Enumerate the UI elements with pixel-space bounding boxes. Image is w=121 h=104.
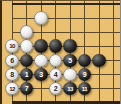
stone-white-move-6: 6 <box>5 54 19 68</box>
move-number-label: 3 <box>39 71 43 78</box>
move-number-label: 2 <box>54 85 58 92</box>
grid-line-horizontal <box>12 101 121 104</box>
stone-black-move-5: 5 <box>63 54 77 68</box>
stone-black-move-1: 1 <box>20 68 34 82</box>
move-number-label: 6 <box>10 57 14 64</box>
move-number-label: 13 <box>67 86 73 92</box>
stone-black <box>92 54 106 68</box>
stone-black-move-11: 11 <box>78 82 92 96</box>
move-number-label: 8 <box>10 71 14 78</box>
stone-white <box>49 54 63 68</box>
go-board[interactable]: 10658134912721311 <box>0 0 120 104</box>
stone-black <box>34 39 48 53</box>
stone-white-move-10: 10 <box>5 39 19 53</box>
stone-black-move-7: 7 <box>20 82 34 96</box>
move-number-label: 11 <box>82 86 87 92</box>
grid-line-horizontal <box>12 3 121 5</box>
stone-white-move-12: 12 <box>5 82 19 96</box>
move-number-label: 1 <box>25 71 29 78</box>
stone-black <box>63 39 77 53</box>
move-number-label: 9 <box>83 71 87 78</box>
stone-white-move-8: 8 <box>5 68 19 82</box>
stone-black-move-9: 9 <box>78 68 92 82</box>
stone-black-move-13: 13 <box>63 82 77 96</box>
move-number-label: 4 <box>54 71 58 78</box>
move-number-label: 10 <box>9 43 15 49</box>
stone-white <box>34 54 48 68</box>
stone-white-move-2: 2 <box>49 82 63 96</box>
move-number-label: 7 <box>25 85 29 92</box>
stone-white <box>20 25 34 39</box>
move-number-label: 12 <box>9 86 15 92</box>
stone-white <box>34 11 48 25</box>
move-number-label: 5 <box>68 57 72 64</box>
stone-white-move-4: 4 <box>49 68 63 82</box>
stone-white <box>20 39 34 53</box>
stone-white <box>63 68 77 82</box>
stone-black <box>49 39 63 53</box>
stone-black <box>20 54 34 68</box>
stone-black-move-3: 3 <box>34 68 48 82</box>
grid-line-horizontal <box>12 18 121 19</box>
stone-black <box>78 54 92 68</box>
